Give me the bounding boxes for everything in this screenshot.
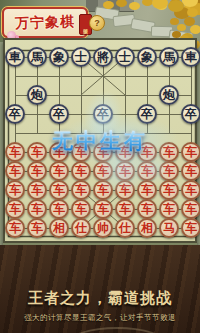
piece-red-r7-c4[interactable]: 车 [71,161,91,181]
piece-red-r8-c8[interactable]: 车 [159,180,179,200]
piece-black-r1-c1[interactable]: 車 [5,47,25,67]
promo-panel: 王者之力，霸道挑战 强大的计算尽显王霸之气，让对手节节败退 [0,245,200,333]
piece-red-r9-c5[interactable]: 车 [93,199,113,219]
piece-red-r7-c8[interactable]: 车 [159,161,179,181]
piece-red-r9-c8[interactable]: 车 [159,199,179,219]
piece-black-r1-c3[interactable]: 象 [49,47,69,67]
piece-red-r6-c6[interactable]: 车 [115,142,135,162]
piece-red-r6-c7[interactable]: 车 [137,142,157,162]
piece-black-r4-c7[interactable]: 卒 [137,104,157,124]
piece-red-r6-c4[interactable]: 车 [71,142,91,162]
ginkgo-leaves-decoration [152,0,168,9]
piece-red-r6-c8[interactable]: 车 [159,142,179,162]
piece-red-r8-c7[interactable]: 车 [137,180,157,200]
help-button[interactable]: ? [89,15,105,31]
game-screen: 万宁象棋 大师版 ? 車馬象士將士象馬車炮炮卒卒卒卒卒车车车车车车车车车车车车车… [0,0,200,333]
piece-red-r7-c9[interactable]: 车 [181,161,200,181]
piece-red-r9-c2[interactable]: 车 [27,199,47,219]
piece-black-r1-c5[interactable]: 將 [93,47,113,67]
promo-headline: 王者之力，霸道挑战 [0,289,200,308]
app-logo: 万宁象棋 大师版 [2,7,88,38]
piece-red-r10-c5[interactable]: 帅 [93,218,113,238]
piece-red-r8-c5[interactable]: 车 [93,180,113,200]
piece-red-r6-c1[interactable]: 车 [5,142,25,162]
piece-red-r9-c1[interactable]: 车 [5,199,25,219]
piece-red-r7-c6[interactable]: 车 [115,161,135,181]
piece-black-r1-c4[interactable]: 士 [71,47,91,67]
piece-red-r6-c3[interactable]: 车 [49,142,69,162]
piece-black-r1-c8[interactable]: 馬 [159,47,179,67]
piece-red-r9-c6[interactable]: 车 [115,199,135,219]
piece-red-r8-c9[interactable]: 车 [181,180,200,200]
piece-black-r3-c8[interactable]: 炮 [159,85,179,105]
piece-red-r6-c2[interactable]: 车 [27,142,47,162]
piece-red-r9-c4[interactable]: 车 [71,199,91,219]
app-title: 万宁象棋 [15,12,76,32]
piece-red-r10-c6[interactable]: 仕 [115,218,135,238]
ginkgo-leaves-decoration [170,18,179,25]
piece-black-r4-c3[interactable]: 卒 [49,104,69,124]
piece-red-r8-c4[interactable]: 车 [71,180,91,200]
piece-black-r1-c7[interactable]: 象 [137,47,157,67]
piece-black-r3-c2[interactable]: 炮 [27,85,47,105]
piece-red-r8-c2[interactable]: 车 [27,180,47,200]
piece-black-r1-c2[interactable]: 馬 [27,47,47,67]
piece-red-r7-c7[interactable]: 车 [137,161,157,181]
piece-red-r8-c3[interactable]: 车 [49,180,69,200]
piece-red-r9-c3[interactable]: 车 [49,199,69,219]
piece-red-r7-c5[interactable]: 车 [93,161,113,181]
piece-red-r10-c4[interactable]: 仕 [71,218,91,238]
piece-black-r4-c5[interactable]: 卒 [93,104,113,124]
promo-subtext: 强大的计算尽显王霸之气，让对手节节败退 [0,313,200,323]
piece-red-r6-c5[interactable]: 车 [93,142,113,162]
piece-black-r4-c1[interactable]: 卒 [5,104,25,124]
ginkgo-leaves-decoration [187,8,198,17]
piece-red-r10-c1[interactable]: 车 [5,218,25,238]
piece-red-r9-c9[interactable]: 车 [181,199,200,219]
piece-red-r8-c6[interactable]: 车 [115,180,135,200]
piece-red-r7-c1[interactable]: 车 [5,161,25,181]
piece-red-r7-c2[interactable]: 车 [27,161,47,181]
piece-red-r9-c7[interactable]: 车 [137,199,157,219]
piece-red-r10-c3[interactable]: 相 [49,218,69,238]
piece-black-r4-c9[interactable]: 卒 [181,104,200,124]
ginkgo-leaves-decoration [103,1,114,9]
piece-red-r6-c9[interactable]: 车 [181,142,200,162]
piece-black-r1-c9[interactable]: 車 [181,47,200,67]
xiangqi-board[interactable]: 車馬象士將士象馬車炮炮卒卒卒卒卒车车车车车车车车车车车车车车车车车车车车车车车车… [3,38,197,243]
piece-red-r10-c2[interactable]: 车 [27,218,47,238]
piece-red-r10-c9[interactable]: 车 [181,218,200,238]
piece-red-r10-c7[interactable]: 相 [137,218,157,238]
piece-red-r10-c8[interactable]: 马 [159,218,179,238]
piece-red-r7-c3[interactable]: 车 [49,161,69,181]
piece-red-r8-c1[interactable]: 车 [5,180,25,200]
piece-black-r1-c6[interactable]: 士 [115,47,135,67]
